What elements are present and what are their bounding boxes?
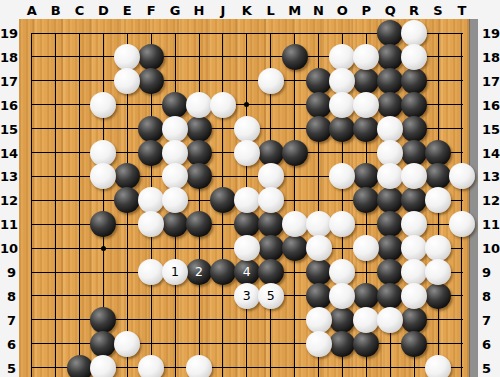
black-stone[interactable] [401,140,427,166]
move-number-label: 5 [267,290,275,303]
black-stone[interactable] [234,211,260,237]
black-stone[interactable] [306,259,332,285]
white-stone[interactable] [114,44,140,70]
white-stone[interactable] [282,211,308,237]
row-label-right-15: 15 [482,122,500,135]
row-label-left-18: 18 [0,50,16,63]
white-stone[interactable] [425,259,451,285]
row-label-right-17: 17 [482,74,500,87]
board-edge-strip [469,19,478,377]
black-stone[interactable] [425,140,451,166]
row-label-left-16: 16 [0,98,16,111]
white-stone[interactable] [90,92,116,118]
row-label-right-7: 7 [482,313,491,326]
grid-line-col-B [55,33,56,377]
row-label-left-11: 11 [0,218,16,231]
black-stone[interactable] [353,283,379,309]
white-stone[interactable] [306,307,332,333]
row-label-right-14: 14 [482,146,500,159]
white-stone[interactable] [401,20,427,46]
black-stone[interactable] [258,259,284,285]
black-stone[interactable] [401,331,427,357]
black-stone[interactable]: 4 [234,259,260,285]
black-stone[interactable] [90,307,116,333]
white-stone[interactable] [425,355,451,377]
black-stone[interactable] [67,355,93,377]
white-stone[interactable] [449,211,475,237]
black-stone[interactable] [282,235,308,261]
col-label-O: O [337,4,348,17]
white-stone[interactable] [234,235,260,261]
black-stone[interactable] [377,92,403,118]
white-stone[interactable] [138,259,164,285]
white-stone[interactable] [114,331,140,357]
white-stone[interactable] [114,68,140,94]
black-stone[interactable] [258,235,284,261]
col-label-H: H [194,4,205,17]
col-label-S: S [433,4,442,17]
black-stone[interactable] [186,116,212,142]
white-stone[interactable] [186,355,212,377]
black-stone[interactable] [329,116,355,142]
white-stone[interactable] [401,235,427,261]
row-label-right-6: 6 [482,337,491,350]
white-stone[interactable] [162,116,188,142]
white-stone[interactable] [210,92,236,118]
row-label-left-10: 10 [0,242,16,255]
grid-line-col-C [79,33,80,377]
row-label-left-14: 14 [0,146,16,159]
row-label-left-19: 19 [0,27,16,40]
col-label-N: N [313,4,324,17]
white-stone[interactable] [162,140,188,166]
row-label-right-9: 9 [482,266,491,279]
row-label-left-9: 9 [0,266,16,279]
row-label-right-5: 5 [482,361,491,374]
white-stone[interactable] [377,140,403,166]
black-stone[interactable] [425,283,451,309]
white-stone[interactable] [258,68,284,94]
white-stone[interactable] [401,283,427,309]
white-stone[interactable] [329,92,355,118]
white-stone[interactable] [234,116,260,142]
col-label-A: A [27,4,37,17]
row-label-left-7: 7 [0,313,16,326]
white-stone[interactable]: 5 [258,283,284,309]
black-stone[interactable] [138,116,164,142]
black-stone[interactable] [377,68,403,94]
grid-line-col-M [294,33,295,377]
white-stone[interactable] [186,92,212,118]
white-stone[interactable] [401,44,427,70]
black-stone[interactable] [401,92,427,118]
white-stone[interactable] [306,235,332,261]
white-stone[interactable] [377,307,403,333]
black-stone[interactable] [282,140,308,166]
col-label-F: F [147,4,156,17]
white-stone[interactable] [306,211,332,237]
row-label-right-12: 12 [482,194,500,207]
black-stone[interactable] [401,307,427,333]
row-label-right-13: 13 [482,170,500,183]
black-stone[interactable] [90,331,116,357]
col-label-R: R [409,4,419,17]
col-label-T: T [457,4,466,17]
white-stone[interactable] [234,140,260,166]
col-label-M: M [288,4,301,17]
col-label-L: L [267,4,275,17]
black-stone[interactable] [186,140,212,166]
move-number-label: 1 [171,266,179,279]
white-stone[interactable] [258,163,284,189]
row-label-right-8: 8 [482,289,491,302]
col-label-J: J [220,4,225,17]
black-stone[interactable] [258,211,284,237]
black-stone[interactable] [377,20,403,46]
col-label-D: D [98,4,109,17]
black-stone[interactable] [258,140,284,166]
black-stone[interactable]: 2 [186,259,212,285]
black-stone[interactable] [401,116,427,142]
grid-line-col-A [31,33,32,377]
black-stone[interactable] [210,187,236,213]
black-stone[interactable] [282,44,308,70]
row-label-right-18: 18 [482,50,500,63]
row-label-left-6: 6 [0,337,16,350]
go-board-view: 24135ABCDEFGHJKLMNOPQRST1918171615141312… [0,0,500,377]
col-label-E: E [123,4,132,17]
white-stone[interactable] [425,235,451,261]
white-stone[interactable] [258,187,284,213]
white-stone[interactable] [306,331,332,357]
move-number-label: 3 [243,290,251,303]
black-stone[interactable] [306,116,332,142]
row-label-left-5: 5 [0,361,16,374]
star-point-D10 [101,246,106,251]
row-label-right-11: 11 [482,218,500,231]
black-stone[interactable] [306,92,332,118]
col-label-Q: Q [385,4,396,17]
row-label-right-10: 10 [482,242,500,255]
white-stone[interactable] [138,355,164,377]
row-label-left-13: 13 [0,170,16,183]
white-stone[interactable] [353,44,379,70]
white-stone[interactable] [90,140,116,166]
col-label-G: G [170,4,181,17]
white-stone[interactable] [234,187,260,213]
black-stone[interactable] [329,331,355,357]
white-stone[interactable]: 1 [162,259,188,285]
black-stone[interactable] [306,68,332,94]
black-stone[interactable] [186,211,212,237]
move-number-label: 2 [195,266,203,279]
black-stone[interactable] [138,68,164,94]
row-label-left-15: 15 [0,122,16,135]
black-stone[interactable] [353,116,379,142]
col-label-B: B [51,4,61,17]
white-stone[interactable] [329,68,355,94]
black-stone[interactable] [353,331,379,357]
black-stone[interactable] [353,68,379,94]
white-stone[interactable] [401,259,427,285]
col-label-P: P [362,4,372,17]
row-label-left-8: 8 [0,289,16,302]
move-number-label: 4 [243,266,251,279]
black-stone[interactable] [377,283,403,309]
white-stone[interactable]: 3 [234,283,260,309]
col-label-K: K [242,4,252,17]
col-label-C: C [75,4,85,17]
black-stone[interactable] [329,307,355,333]
grid-line-col-H [199,33,200,377]
white-stone[interactable] [353,307,379,333]
black-stone[interactable] [377,44,403,70]
black-stone[interactable] [377,259,403,285]
black-stone[interactable] [306,283,332,309]
black-stone[interactable] [401,68,427,94]
black-stone[interactable] [162,92,188,118]
row-label-right-16: 16 [482,98,500,111]
black-stone[interactable] [210,259,236,285]
row-label-left-17: 17 [0,74,16,87]
black-stone[interactable] [138,140,164,166]
row-label-right-19: 19 [482,27,500,40]
white-stone[interactable] [377,116,403,142]
white-stone[interactable] [353,92,379,118]
black-stone[interactable] [138,44,164,70]
row-label-left-12: 12 [0,194,16,207]
grid-line-col-T [461,33,462,377]
